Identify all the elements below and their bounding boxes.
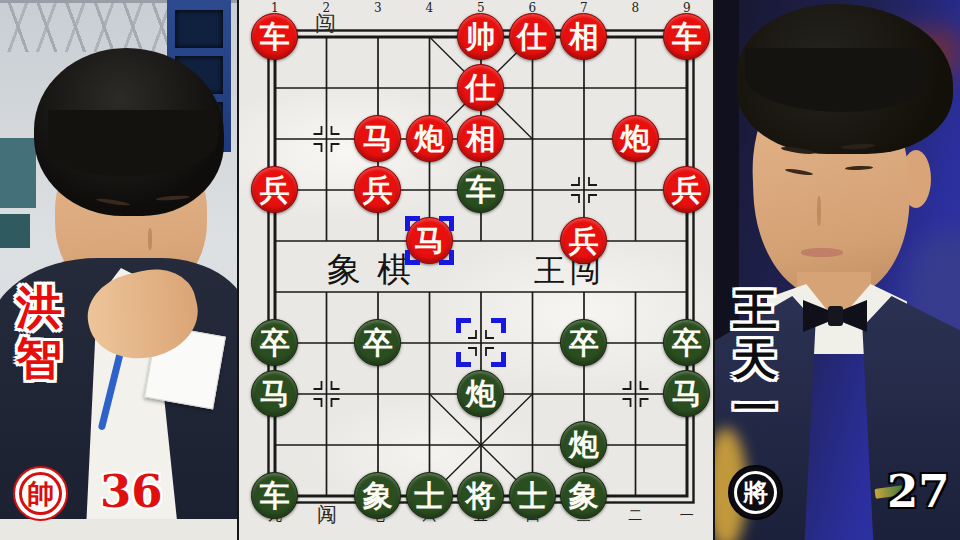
square-r0-c1[interactable]: 车 (249, 11, 301, 62)
square-r2-c8[interactable]: 炮 (610, 113, 662, 164)
piece-black-炮[interactable]: 炮 (457, 370, 504, 417)
right-player-photo: 王天一 將 27 (715, 0, 960, 540)
square-r6-c9[interactable]: 卒 (661, 317, 713, 368)
right-player-score: 27 (887, 469, 950, 514)
piece-red-兵[interactable]: 兵 (354, 166, 401, 213)
square-r3-c3[interactable]: 兵 (352, 164, 404, 215)
piece-red-相[interactable]: 相 (560, 13, 607, 60)
piece-red-帅[interactable]: 帅 (457, 13, 504, 60)
piece-black-象[interactable]: 象 (354, 472, 401, 519)
left-player-score: 36 (100, 469, 163, 514)
piece-red-车[interactable]: 车 (663, 13, 710, 60)
square-r2-c4[interactable]: 炮 (404, 113, 456, 164)
piece-red-马[interactable]: 马 (406, 217, 453, 264)
piece-red-马[interactable]: 马 (354, 115, 401, 162)
piece-red-仕[interactable]: 仕 (457, 64, 504, 111)
left-player-name: 洪智 (16, 284, 62, 381)
piece-red-兵[interactable]: 兵 (251, 166, 298, 213)
piece-black-卒[interactable]: 卒 (251, 319, 298, 366)
square-r2-c3[interactable]: 马 (352, 113, 404, 164)
piece-red-相[interactable]: 相 (457, 115, 504, 162)
watermark-top: 闯 (315, 9, 336, 37)
square-r7-c9[interactable]: 马 (661, 368, 713, 419)
left-player-photo: 洪智 帥 36 (0, 0, 237, 540)
square-r3-c5[interactable]: 车 (455, 164, 507, 215)
square-r6-c7[interactable]: 卒 (558, 317, 610, 368)
red-general-badge: 帥 (13, 466, 68, 521)
piece-black-卒[interactable]: 卒 (354, 319, 401, 366)
piece-red-炮[interactable]: 炮 (406, 115, 453, 162)
window (0, 138, 36, 208)
piece-red-车[interactable]: 车 (251, 13, 298, 60)
table-edge (0, 519, 237, 540)
piece-black-将[interactable]: 将 (457, 472, 504, 519)
right-player-name: 王天一 (733, 288, 777, 430)
player-name-char: 洪 (16, 284, 62, 330)
piece-black-卒[interactable]: 卒 (663, 319, 710, 366)
player-name-char: 智 (16, 335, 62, 381)
piece-black-象[interactable]: 象 (560, 472, 607, 519)
piece-red-兵[interactable]: 兵 (663, 166, 710, 213)
piece-red-炮[interactable]: 炮 (612, 115, 659, 162)
piece-red-仕[interactable]: 仕 (509, 13, 556, 60)
square-r6-c3[interactable]: 卒 (352, 317, 404, 368)
piece-black-卒[interactable]: 卒 (560, 319, 607, 366)
window (0, 214, 30, 248)
xiangqi-board[interactable]: 车帅仕相车仕马炮相炮兵兵车兵马兵卒卒卒卒马炮马炮车象士将士象 (249, 11, 713, 521)
player-name-char: 王 (733, 288, 777, 332)
piece-black-士[interactable]: 士 (406, 472, 453, 519)
square-r1-c5[interactable]: 仕 (455, 62, 507, 113)
last-move-from-marker (456, 318, 506, 367)
square-r0-c5[interactable]: 帅 (455, 11, 507, 62)
file-label: 二 (610, 507, 662, 525)
red-general-badge-char: 帥 (27, 480, 54, 507)
piece-black-车[interactable]: 车 (457, 166, 504, 213)
video-frame: 洪智 帥 36 123456789 闯 象棋 王闯 车帅仕相车仕马炮相炮兵兵车兵… (0, 0, 960, 540)
black-general-badge-char: 將 (743, 480, 768, 505)
square-r6-c1[interactable]: 卒 (249, 317, 301, 368)
player-name-char: 天 (733, 337, 777, 381)
square-r3-c1[interactable]: 兵 (249, 164, 301, 215)
piece-red-兵[interactable]: 兵 (560, 217, 607, 264)
piece-black-士[interactable]: 士 (509, 472, 556, 519)
xiangqi-board-panel: 123456789 闯 象棋 王闯 车帅仕相车仕马炮相炮兵兵车兵马兵卒卒卒卒马炮… (237, 0, 715, 540)
piece-black-车[interactable]: 车 (251, 472, 298, 519)
lips (801, 248, 843, 257)
piece-black-马[interactable]: 马 (663, 370, 710, 417)
nose (817, 196, 821, 226)
nose (148, 228, 152, 250)
piece-black-马[interactable]: 马 (251, 370, 298, 417)
piece-black-炮[interactable]: 炮 (560, 421, 607, 468)
square-r8-c7[interactable]: 炮 (558, 419, 610, 470)
file-label: 一 (661, 507, 713, 525)
watermark-bottom: 闯 (317, 501, 337, 528)
last-move-from-square[interactable] (455, 317, 507, 368)
square-r3-c9[interactable]: 兵 (661, 164, 713, 215)
square-r7-c5[interactable]: 炮 (455, 368, 507, 419)
square-r0-c9[interactable]: 车 (661, 11, 713, 62)
square-r0-c6[interactable]: 仕 (507, 11, 559, 62)
bow-tie-knot (828, 306, 843, 326)
square-r7-c1[interactable]: 马 (249, 368, 301, 419)
square-r2-c5[interactable]: 相 (455, 113, 507, 164)
black-general-badge: 將 (728, 465, 783, 520)
player-name-char: 一 (733, 386, 777, 430)
square-r0-c7[interactable]: 相 (558, 11, 610, 62)
